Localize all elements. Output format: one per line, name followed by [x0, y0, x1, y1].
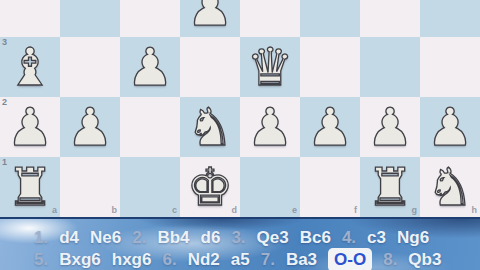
rank-label-2: 2 — [2, 98, 7, 107]
square-e2[interactable]: ♟ — [240, 97, 300, 157]
move-number-8[interactable]: 8. — [383, 250, 397, 270]
move-Ng6[interactable]: Ng6 — [397, 228, 429, 248]
square-b3[interactable] — [60, 37, 120, 97]
square-f1[interactable]: f — [300, 157, 360, 217]
square-h2[interactable]: ♟ — [420, 97, 480, 157]
chess-app-screen: ♟3♝♟♛2♟♟♞♟♟♟♟1a♜bcd♚efg♜h♞ 1.d4Ne62.Bb4d… — [0, 0, 480, 270]
move-Qb3[interactable]: Qb3 — [408, 250, 441, 270]
square-f2[interactable]: ♟ — [300, 97, 360, 157]
move-number-4[interactable]: 4. — [342, 228, 356, 248]
move-number-6[interactable]: 6. — [162, 250, 176, 270]
white-pawn-c3-piece: ♟ — [127, 41, 174, 93]
white-bishop-a3-piece: ♝ — [7, 41, 54, 93]
square-b1[interactable]: b — [60, 157, 120, 217]
square-d2[interactable]: ♞ — [180, 97, 240, 157]
move-list-panel: 1.d4Ne62.Bb4d63.Qe3Bc64.c3Ng6 5.Bxg6hxg6… — [0, 217, 480, 270]
square-a4[interactable] — [0, 0, 60, 37]
square-d1[interactable]: d♚ — [180, 157, 240, 217]
move-number-2[interactable]: 2. — [132, 228, 146, 248]
white-pawn-e2-piece: ♟ — [247, 101, 294, 153]
board-grid: ♟3♝♟♛2♟♟♞♟♟♟♟1a♜bcd♚efg♜h♞ — [0, 0, 480, 217]
square-c1[interactable]: c — [120, 157, 180, 217]
square-f4[interactable] — [300, 0, 360, 37]
square-e1[interactable]: e — [240, 157, 300, 217]
rank-label-1: 1 — [2, 158, 7, 167]
white-pawn-a2-piece: ♟ — [7, 101, 54, 153]
move-d6[interactable]: d6 — [201, 228, 221, 248]
file-label-e: e — [292, 206, 297, 215]
move-number-7[interactable]: 7. — [261, 250, 275, 270]
file-label-h: h — [472, 206, 478, 215]
move-list-line-2: 5.Bxg6hxg66.Nd2a57.Ba3O-O8.Qb3 — [0, 250, 480, 270]
white-pawn-d4-piece: ♟ — [187, 0, 234, 33]
white-pawn-h2-piece: ♟ — [427, 101, 474, 153]
chess-board: ♟3♝♟♛2♟♟♞♟♟♟♟1a♜bcd♚efg♜h♞ — [0, 0, 480, 217]
move-number-5[interactable]: 5. — [34, 250, 48, 270]
square-g3[interactable] — [360, 37, 420, 97]
white-pawn-b2-piece: ♟ — [67, 101, 114, 153]
square-g1[interactable]: g♜ — [360, 157, 420, 217]
square-g2[interactable]: ♟ — [360, 97, 420, 157]
square-c4[interactable] — [120, 0, 180, 37]
square-a2[interactable]: 2♟ — [0, 97, 60, 157]
square-d3[interactable] — [180, 37, 240, 97]
white-knight-h1-piece: ♞ — [427, 161, 474, 213]
square-a1[interactable]: 1a♜ — [0, 157, 60, 217]
square-h1[interactable]: h♞ — [420, 157, 480, 217]
square-h4[interactable] — [420, 0, 480, 37]
square-c3[interactable]: ♟ — [120, 37, 180, 97]
move-Bb4[interactable]: Bb4 — [157, 228, 189, 248]
move-Bxg6[interactable]: Bxg6 — [59, 250, 101, 270]
square-e3[interactable]: ♛ — [240, 37, 300, 97]
square-h3[interactable] — [420, 37, 480, 97]
square-b4[interactable] — [60, 0, 120, 37]
move-list-line-1: 1.d4Ne62.Bb4d63.Qe3Bc64.c3Ng6 — [0, 228, 480, 248]
file-label-f: f — [354, 206, 357, 215]
square-c2[interactable] — [120, 97, 180, 157]
move-O-O[interactable]: O-O — [328, 248, 372, 270]
file-label-b: b — [112, 206, 118, 215]
file-label-a: a — [52, 206, 57, 215]
file-label-c: c — [172, 206, 177, 215]
move-Bc6[interactable]: Bc6 — [300, 228, 331, 248]
square-e4[interactable] — [240, 0, 300, 37]
white-king-d1-piece: ♚ — [187, 161, 234, 213]
move-a5[interactable]: a5 — [231, 250, 250, 270]
move-c3[interactable]: c3 — [367, 228, 386, 248]
white-rook-a1-piece: ♜ — [7, 161, 54, 213]
square-g4[interactable] — [360, 0, 420, 37]
move-number-3[interactable]: 3. — [231, 228, 245, 248]
square-f3[interactable] — [300, 37, 360, 97]
white-pawn-f2-piece: ♟ — [307, 101, 354, 153]
square-d4[interactable]: ♟ — [180, 0, 240, 37]
rank-label-3: 3 — [2, 38, 7, 47]
move-Ba3[interactable]: Ba3 — [286, 250, 317, 270]
move-Nd2[interactable]: Nd2 — [188, 250, 220, 270]
file-label-d: d — [232, 206, 238, 215]
move-Qe3[interactable]: Qe3 — [257, 228, 289, 248]
square-a3[interactable]: 3♝ — [0, 37, 60, 97]
white-rook-g1-piece: ♜ — [367, 161, 414, 213]
white-knight-d2-piece: ♞ — [187, 101, 234, 153]
square-b2[interactable]: ♟ — [60, 97, 120, 157]
move-Ne6[interactable]: Ne6 — [90, 228, 121, 248]
move-number-1[interactable]: 1. — [34, 228, 48, 248]
move-hxg6[interactable]: hxg6 — [112, 250, 152, 270]
white-queen-e3-piece: ♛ — [247, 41, 294, 93]
white-pawn-g2-piece: ♟ — [367, 101, 414, 153]
move-d4[interactable]: d4 — [59, 228, 79, 248]
file-label-g: g — [412, 206, 418, 215]
